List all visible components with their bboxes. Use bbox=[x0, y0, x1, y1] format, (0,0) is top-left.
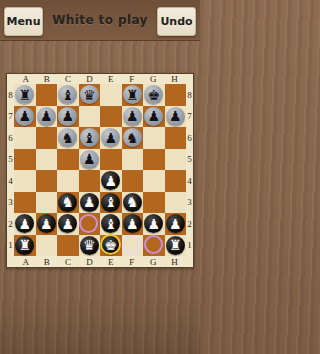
square-d5[interactable]: ♟ bbox=[79, 149, 101, 171]
rank-labels-right: 87654321 bbox=[186, 84, 193, 256]
file-label: E bbox=[100, 74, 121, 84]
square-a7[interactable]: ♟ bbox=[14, 106, 36, 128]
black-pawn-piece[interactable]: ♟ bbox=[123, 107, 142, 126]
file-label: C bbox=[58, 257, 79, 267]
legal-move-ring bbox=[144, 235, 163, 254]
square-f2[interactable]: ♟ bbox=[122, 213, 144, 235]
file-label: F bbox=[121, 257, 142, 267]
square-c3[interactable]: ♞ bbox=[57, 192, 79, 214]
black-bishop-piece[interactable]: ♝ bbox=[80, 128, 99, 147]
square-b4[interactable] bbox=[36, 170, 58, 192]
square-d8[interactable]: ♛ bbox=[79, 84, 101, 106]
square-c6[interactable]: ♞ bbox=[57, 127, 79, 149]
square-c2[interactable]: ♟ bbox=[57, 213, 79, 235]
square-b2[interactable]: ♟ bbox=[36, 213, 58, 235]
black-pawn-piece[interactable]: ♟ bbox=[58, 107, 77, 126]
rank-label: 1 bbox=[186, 235, 193, 257]
square-g6[interactable] bbox=[143, 127, 165, 149]
square-b5[interactable] bbox=[36, 149, 58, 171]
square-f4[interactable] bbox=[122, 170, 144, 192]
rank-label: 1 bbox=[7, 235, 14, 257]
square-b8[interactable] bbox=[36, 84, 58, 106]
square-h3[interactable] bbox=[165, 192, 187, 214]
square-f6[interactable]: ♞ bbox=[122, 127, 144, 149]
white-pawn-piece[interactable]: ♟ bbox=[101, 171, 120, 190]
square-e1[interactable]: ♚ bbox=[100, 235, 122, 257]
white-pawn-piece[interactable]: ♟ bbox=[123, 214, 142, 233]
white-rook-piece[interactable]: ♜ bbox=[15, 236, 34, 255]
square-e8[interactable] bbox=[100, 84, 122, 106]
legal-move-ring bbox=[122, 235, 141, 254]
chess-board: ABCDEFGH 87654321 ♜♝♛♜♚♟♟♟♟♟♟♞♝♟♞♟♟♞♟♝♞♟… bbox=[6, 73, 194, 268]
rank-label: 4 bbox=[7, 170, 14, 192]
square-f5[interactable] bbox=[122, 149, 144, 171]
square-b7[interactable]: ♟ bbox=[36, 106, 58, 128]
square-h1[interactable]: ♜ bbox=[165, 235, 187, 257]
rank-label: 5 bbox=[7, 149, 14, 171]
square-g8[interactable]: ♚ bbox=[143, 84, 165, 106]
square-d2[interactable] bbox=[79, 213, 101, 235]
rank-label: 7 bbox=[186, 106, 193, 128]
square-c5[interactable] bbox=[57, 149, 79, 171]
rank-label: 4 bbox=[186, 170, 193, 192]
legal-move-ring bbox=[79, 214, 98, 233]
black-knight-piece[interactable]: ♞ bbox=[58, 128, 77, 147]
black-pawn-piece[interactable]: ♟ bbox=[80, 150, 99, 169]
square-c8[interactable]: ♝ bbox=[57, 84, 79, 106]
square-e4[interactable]: ♟ bbox=[100, 170, 122, 192]
square-e5[interactable] bbox=[100, 149, 122, 171]
rank-labels-left: 87654321 bbox=[7, 84, 14, 256]
black-pawn-piece[interactable]: ♟ bbox=[15, 107, 34, 126]
black-pawn-piece[interactable]: ♟ bbox=[101, 128, 120, 147]
file-label: G bbox=[143, 257, 164, 267]
white-knight-piece[interactable]: ♞ bbox=[58, 193, 77, 212]
square-e3[interactable]: ♝ bbox=[100, 192, 122, 214]
file-labels-top: ABCDEFGH bbox=[7, 74, 193, 84]
square-a1[interactable]: ♜ bbox=[14, 235, 36, 257]
square-h8[interactable] bbox=[165, 84, 187, 106]
square-c1[interactable] bbox=[57, 235, 79, 257]
file-label: A bbox=[15, 74, 36, 84]
square-g7[interactable]: ♟ bbox=[143, 106, 165, 128]
square-b6[interactable] bbox=[36, 127, 58, 149]
file-label: G bbox=[143, 74, 164, 84]
square-a2[interactable]: ♟ bbox=[14, 213, 36, 235]
white-rook-piece[interactable]: ♜ bbox=[166, 236, 185, 255]
black-pawn-piece[interactable]: ♟ bbox=[37, 107, 56, 126]
rank-label: 6 bbox=[7, 127, 14, 149]
square-b1[interactable] bbox=[36, 235, 58, 257]
square-a6[interactable] bbox=[14, 127, 36, 149]
rank-label: 8 bbox=[186, 84, 193, 106]
file-label: H bbox=[164, 257, 185, 267]
bottom-vignette bbox=[0, 294, 200, 354]
file-label: F bbox=[121, 74, 142, 84]
white-pawn-piece[interactable]: ♟ bbox=[15, 214, 34, 233]
white-pawn-piece[interactable]: ♟ bbox=[58, 214, 77, 233]
square-f8[interactable]: ♜ bbox=[122, 84, 144, 106]
file-label: C bbox=[58, 74, 79, 84]
undo-button[interactable]: Undo bbox=[157, 7, 196, 36]
file-label: A bbox=[15, 257, 36, 267]
board-grid: ♜♝♛♜♚♟♟♟♟♟♟♞♝♟♞♟♟♞♟♝♞♟♟♟♝♟♟♟♜♛♚♜ bbox=[14, 84, 186, 256]
square-h6[interactable] bbox=[165, 127, 187, 149]
square-h4[interactable] bbox=[165, 170, 187, 192]
square-g3[interactable] bbox=[143, 192, 165, 214]
square-b3[interactable] bbox=[36, 192, 58, 214]
rank-label: 6 bbox=[186, 127, 193, 149]
rank-label: 2 bbox=[7, 213, 14, 235]
black-pawn-piece[interactable]: ♟ bbox=[144, 107, 163, 126]
square-f3[interactable]: ♞ bbox=[122, 192, 144, 214]
file-label: H bbox=[164, 74, 185, 84]
black-queen-piece[interactable]: ♛ bbox=[80, 85, 99, 104]
square-g5[interactable] bbox=[143, 149, 165, 171]
square-a8[interactable]: ♜ bbox=[14, 84, 36, 106]
black-rook-piece[interactable]: ♜ bbox=[15, 85, 34, 104]
white-queen-piece[interactable]: ♛ bbox=[80, 236, 99, 255]
square-e6[interactable]: ♟ bbox=[100, 127, 122, 149]
black-pawn-piece[interactable]: ♟ bbox=[166, 107, 185, 126]
menu-button[interactable]: Menu bbox=[4, 7, 43, 36]
square-e2[interactable]: ♝ bbox=[100, 213, 122, 235]
white-pawn-piece[interactable]: ♟ bbox=[80, 193, 99, 212]
white-bishop-piece[interactable]: ♝ bbox=[101, 193, 120, 212]
file-label: E bbox=[100, 257, 121, 267]
square-f1[interactable] bbox=[122, 235, 144, 257]
square-h7[interactable]: ♟ bbox=[165, 106, 187, 128]
square-d7[interactable] bbox=[79, 106, 101, 128]
black-rook-piece[interactable]: ♜ bbox=[123, 85, 142, 104]
square-e7[interactable] bbox=[100, 106, 122, 128]
square-g1[interactable] bbox=[143, 235, 165, 257]
square-d4[interactable] bbox=[79, 170, 101, 192]
white-pawn-piece[interactable]: ♟ bbox=[166, 214, 185, 233]
square-a3[interactable] bbox=[14, 192, 36, 214]
white-pawn-piece[interactable]: ♟ bbox=[144, 214, 163, 233]
square-g2[interactable]: ♟ bbox=[143, 213, 165, 235]
square-a5[interactable] bbox=[14, 149, 36, 171]
file-label: D bbox=[79, 74, 100, 84]
square-g4[interactable] bbox=[143, 170, 165, 192]
rank-label: 7 bbox=[7, 106, 14, 128]
black-knight-piece[interactable]: ♞ bbox=[123, 128, 142, 147]
white-bishop-piece[interactable]: ♝ bbox=[101, 214, 120, 233]
square-h5[interactable] bbox=[165, 149, 187, 171]
status-text: White to play bbox=[44, 0, 156, 40]
file-label: B bbox=[36, 257, 57, 267]
square-f7[interactable]: ♟ bbox=[122, 106, 144, 128]
file-label: D bbox=[79, 257, 100, 267]
square-c4[interactable] bbox=[57, 170, 79, 192]
square-d3[interactable]: ♟ bbox=[79, 192, 101, 214]
black-king-piece[interactable]: ♚ bbox=[144, 85, 163, 104]
rank-label: 3 bbox=[186, 192, 193, 214]
black-bishop-piece[interactable]: ♝ bbox=[58, 85, 77, 104]
square-a4[interactable] bbox=[14, 170, 36, 192]
square-d6[interactable]: ♝ bbox=[79, 127, 101, 149]
file-labels-bottom: ABCDEFGH bbox=[7, 256, 193, 267]
square-h2[interactable]: ♟ bbox=[165, 213, 187, 235]
white-pawn-piece[interactable]: ♟ bbox=[37, 214, 56, 233]
rank-label: 8 bbox=[7, 84, 14, 106]
square-c7[interactable]: ♟ bbox=[57, 106, 79, 128]
file-label: B bbox=[36, 74, 57, 84]
rank-label: 5 bbox=[186, 149, 193, 171]
rank-label: 3 bbox=[7, 192, 14, 214]
rank-label: 2 bbox=[186, 213, 193, 235]
white-king-piece[interactable]: ♚ bbox=[101, 236, 120, 255]
white-knight-piece[interactable]: ♞ bbox=[123, 193, 142, 212]
square-d1[interactable]: ♛ bbox=[79, 235, 101, 257]
